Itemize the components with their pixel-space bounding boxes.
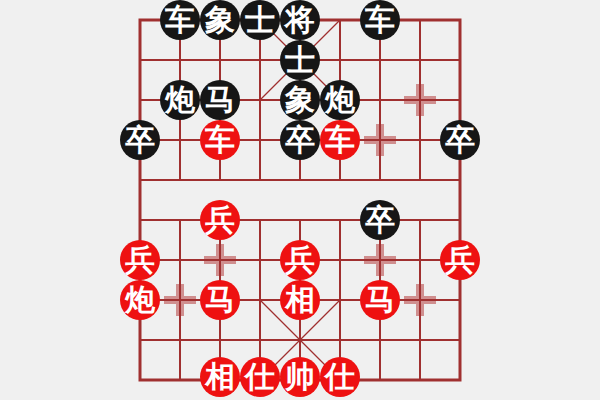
point-marker-tick (181, 301, 196, 316)
point-marker-tick (404, 101, 419, 116)
point-marker-tick (381, 244, 396, 259)
piece-black-advisor[interactable]: 士 (240, 0, 280, 40)
piece-red-soldier[interactable]: 兵 (440, 240, 480, 280)
piece-black-cannon[interactable]: 炮 (320, 80, 360, 120)
point-marker-tick (421, 84, 436, 99)
piece-black-chariot[interactable]: 车 (360, 0, 400, 40)
piece-black-soldier[interactable]: 卒 (280, 120, 320, 160)
point-marker-tick (381, 261, 396, 276)
board-layer: 车象士将车士炮马象炮卒车卒车卒兵卒兵兵兵炮马相马相仕帅仕 (0, 0, 600, 400)
point-marker-tick (404, 84, 419, 99)
point-marker-tick (381, 141, 396, 156)
point-marker (364, 124, 396, 156)
point-marker-tick (421, 101, 436, 116)
piece-red-cannon[interactable]: 炮 (120, 280, 160, 320)
point-marker-tick (204, 244, 219, 259)
point-marker (164, 284, 196, 316)
piece-red-horse[interactable]: 马 (200, 280, 240, 320)
point-marker-tick (221, 261, 236, 276)
piece-red-elephant[interactable]: 相 (200, 357, 240, 397)
piece-red-soldier[interactable]: 兵 (280, 240, 320, 280)
point-marker-tick (181, 284, 196, 299)
point-marker (404, 84, 436, 116)
piece-black-advisor[interactable]: 士 (280, 40, 320, 80)
piece-black-elephant[interactable]: 象 (280, 80, 320, 120)
piece-black-soldier[interactable]: 卒 (120, 120, 160, 160)
piece-red-advisor[interactable]: 仕 (320, 357, 360, 397)
piece-red-soldier[interactable]: 兵 (200, 200, 240, 240)
piece-red-general[interactable]: 帅 (280, 357, 320, 397)
piece-black-chariot[interactable]: 车 (160, 0, 200, 40)
point-marker-tick (421, 301, 436, 316)
point-marker-tick (204, 261, 219, 276)
piece-black-horse[interactable]: 马 (200, 80, 240, 120)
point-marker-tick (221, 244, 236, 259)
piece-black-soldier[interactable]: 卒 (360, 200, 400, 240)
point-marker-tick (364, 244, 379, 259)
piece-black-elephant[interactable]: 象 (200, 0, 240, 40)
piece-red-horse[interactable]: 马 (360, 280, 400, 320)
point-marker-tick (381, 124, 396, 139)
point-marker-tick (164, 284, 179, 299)
point-marker (404, 284, 436, 316)
point-marker (364, 244, 396, 276)
point-marker-tick (164, 301, 179, 316)
point-marker-tick (421, 284, 436, 299)
piece-red-advisor[interactable]: 仕 (240, 357, 280, 397)
point-marker-tick (404, 301, 419, 316)
piece-black-soldier[interactable]: 卒 (440, 120, 480, 160)
piece-red-chariot[interactable]: 车 (200, 120, 240, 160)
point-marker (204, 244, 236, 276)
point-marker-tick (364, 124, 379, 139)
xiangqi-board: 车象士将车士炮马象炮卒车卒车卒兵卒兵兵兵炮马相马相仕帅仕 (0, 0, 600, 400)
piece-black-general[interactable]: 将 (280, 0, 320, 40)
point-marker-tick (364, 261, 379, 276)
point-marker-tick (404, 284, 419, 299)
piece-red-chariot[interactable]: 车 (320, 120, 360, 160)
piece-black-cannon[interactable]: 炮 (160, 80, 200, 120)
piece-red-soldier[interactable]: 兵 (120, 240, 160, 280)
piece-red-elephant[interactable]: 相 (280, 280, 320, 320)
point-marker-tick (364, 141, 379, 156)
